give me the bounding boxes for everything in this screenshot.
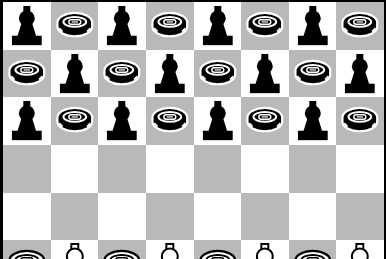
black-disc-piece[interactable]: [241, 97, 289, 145]
square-r0c0[interactable]: [3, 2, 51, 50]
black-pawn-piece[interactable]: [98, 97, 146, 145]
white-pawn-piece[interactable]: [51, 240, 99, 259]
square-r4c2[interactable]: [98, 193, 146, 241]
black-pawn-piece[interactable]: [146, 50, 194, 98]
square-r0c5[interactable]: [241, 2, 289, 50]
square-r4c5[interactable]: [241, 193, 289, 241]
square-r1c6[interactable]: [289, 50, 337, 98]
black-disc-piece[interactable]: [146, 97, 194, 145]
black-disc-piece[interactable]: [336, 97, 384, 145]
square-r3c7[interactable]: [336, 145, 384, 193]
square-r2c1[interactable]: [51, 97, 99, 145]
square-r0c7[interactable]: [336, 2, 384, 50]
square-r5c5[interactable]: [241, 240, 289, 259]
square-r1c0[interactable]: [3, 50, 51, 98]
white-pawn-piece[interactable]: [336, 240, 384, 259]
black-pawn-piece[interactable]: [289, 97, 337, 145]
square-r4c3[interactable]: [146, 193, 194, 241]
square-r3c6[interactable]: [289, 145, 337, 193]
square-r3c1[interactable]: [51, 145, 99, 193]
square-r5c2[interactable]: [98, 240, 146, 259]
black-disc-piece[interactable]: [51, 2, 99, 50]
square-r1c3[interactable]: [146, 50, 194, 98]
square-r2c0[interactable]: [3, 97, 51, 145]
square-r2c5[interactable]: [241, 97, 289, 145]
black-pawn-piece[interactable]: [98, 2, 146, 50]
square-r2c2[interactable]: [98, 97, 146, 145]
square-r3c4[interactable]: [194, 145, 242, 193]
square-r5c4[interactable]: [194, 240, 242, 259]
black-disc-piece[interactable]: [336, 2, 384, 50]
black-pawn-piece[interactable]: [194, 2, 242, 50]
black-disc-piece[interactable]: [241, 2, 289, 50]
square-r1c5[interactable]: [241, 50, 289, 98]
square-r4c6[interactable]: [289, 193, 337, 241]
black-pawn-piece[interactable]: [289, 2, 337, 50]
square-r4c0[interactable]: [3, 193, 51, 241]
black-disc-piece[interactable]: [194, 50, 242, 98]
square-r3c3[interactable]: [146, 145, 194, 193]
board-frame: [0, 0, 386, 259]
black-pawn-piece[interactable]: [194, 97, 242, 145]
square-r4c4[interactable]: [194, 193, 242, 241]
black-disc-piece[interactable]: [3, 50, 51, 98]
square-r2c3[interactable]: [146, 97, 194, 145]
square-r1c1[interactable]: [51, 50, 99, 98]
square-r4c7[interactable]: [336, 193, 384, 241]
white-disc-piece[interactable]: [3, 240, 51, 259]
black-disc-piece[interactable]: [289, 50, 337, 98]
black-pawn-piece[interactable]: [3, 97, 51, 145]
square-r5c1[interactable]: [51, 240, 99, 259]
square-r5c0[interactable]: [3, 240, 51, 259]
white-disc-piece[interactable]: [194, 240, 242, 259]
square-r0c2[interactable]: [98, 2, 146, 50]
white-disc-piece[interactable]: [289, 240, 337, 259]
square-r3c2[interactable]: [98, 145, 146, 193]
square-r1c2[interactable]: [98, 50, 146, 98]
square-r3c5[interactable]: [241, 145, 289, 193]
square-r0c3[interactable]: [146, 2, 194, 50]
black-disc-piece[interactable]: [146, 2, 194, 50]
black-pawn-piece[interactable]: [3, 2, 51, 50]
square-r1c7[interactable]: [336, 50, 384, 98]
black-disc-piece[interactable]: [51, 97, 99, 145]
black-disc-piece[interactable]: [98, 50, 146, 98]
square-r3c0[interactable]: [3, 145, 51, 193]
square-r5c3[interactable]: [146, 240, 194, 259]
black-pawn-piece[interactable]: [51, 50, 99, 98]
black-pawn-piece[interactable]: [336, 50, 384, 98]
square-r2c4[interactable]: [194, 97, 242, 145]
square-r1c4[interactable]: [194, 50, 242, 98]
square-r4c1[interactable]: [51, 193, 99, 241]
square-r5c6[interactable]: [289, 240, 337, 259]
square-r5c7[interactable]: [336, 240, 384, 259]
white-pawn-piece[interactable]: [241, 240, 289, 259]
square-r2c6[interactable]: [289, 97, 337, 145]
white-disc-piece[interactable]: [98, 240, 146, 259]
square-r0c6[interactable]: [289, 2, 337, 50]
square-r0c1[interactable]: [51, 2, 99, 50]
square-r2c7[interactable]: [336, 97, 384, 145]
game-board: [3, 2, 384, 259]
white-pawn-piece[interactable]: [146, 240, 194, 259]
square-r0c4[interactable]: [194, 2, 242, 50]
black-pawn-piece[interactable]: [241, 50, 289, 98]
